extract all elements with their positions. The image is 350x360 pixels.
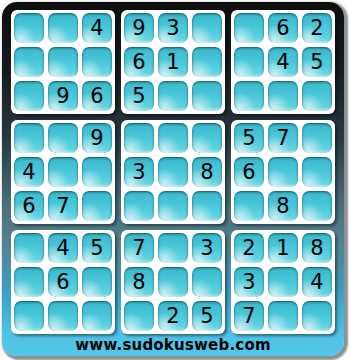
given-digit: 8 <box>310 233 323 263</box>
cell-r4c6[interactable] <box>192 123 222 153</box>
given-digit: 5 <box>310 47 323 77</box>
cell-r6c2[interactable]: 7 <box>48 191 78 221</box>
box-8: 218347 <box>231 230 335 334</box>
cell-r8c4[interactable]: 8 <box>124 267 154 297</box>
cell-r5c8[interactable] <box>268 157 298 187</box>
cell-r4c9[interactable] <box>302 123 332 153</box>
cell-r2c5[interactable]: 1 <box>158 47 188 77</box>
cell-r2c1[interactable] <box>14 47 44 77</box>
cell-r6c6[interactable] <box>192 191 222 221</box>
cell-r3c6[interactable] <box>192 81 222 111</box>
cell-r3c7[interactable] <box>234 81 264 111</box>
cell-r4c4[interactable] <box>124 123 154 153</box>
given-digit: 4 <box>90 13 103 43</box>
given-digit: 4 <box>56 233 69 263</box>
cell-r5c2[interactable] <box>48 157 78 187</box>
cell-r1c4[interactable]: 9 <box>124 13 154 43</box>
cell-r8c7[interactable]: 3 <box>234 267 264 297</box>
cell-r3c4[interactable]: 5 <box>124 81 154 111</box>
cell-r4c1[interactable] <box>14 123 44 153</box>
given-digit: 6 <box>56 267 69 297</box>
cell-r5c1[interactable]: 4 <box>14 157 44 187</box>
cell-r1c7[interactable] <box>234 13 264 43</box>
given-digit: 4 <box>22 157 35 187</box>
cell-r1c9[interactable]: 2 <box>302 13 332 43</box>
cell-r8c2[interactable]: 6 <box>48 267 78 297</box>
cell-r7c4[interactable]: 7 <box>124 233 154 263</box>
given-digit: 9 <box>132 13 145 43</box>
cell-r6c7[interactable] <box>234 191 264 221</box>
cell-r5c5[interactable] <box>158 157 188 187</box>
cell-r7c7[interactable]: 2 <box>234 233 264 263</box>
cell-r3c8[interactable] <box>268 81 298 111</box>
cell-r1c3[interactable]: 4 <box>82 13 112 43</box>
cell-r6c9[interactable] <box>302 191 332 221</box>
cell-r1c5[interactable]: 3 <box>158 13 188 43</box>
cell-r1c2[interactable] <box>48 13 78 43</box>
sudoku-board: 496936156245946738576845673825218347 <box>11 10 335 334</box>
cell-r4c3[interactable]: 9 <box>82 123 112 153</box>
given-digit: 9 <box>90 123 103 153</box>
cell-r9c3[interactable] <box>82 301 112 331</box>
given-digit: 3 <box>200 233 213 263</box>
cell-r2c3[interactable] <box>82 47 112 77</box>
box-6: 456 <box>11 230 115 334</box>
cell-r2c7[interactable] <box>234 47 264 77</box>
given-digit: 6 <box>22 191 35 221</box>
given-digit: 8 <box>200 157 213 187</box>
given-digit: 2 <box>242 233 255 263</box>
cell-r4c8[interactable]: 7 <box>268 123 298 153</box>
cell-r8c8[interactable] <box>268 267 298 297</box>
given-digit: 5 <box>200 301 213 331</box>
cell-r1c6[interactable] <box>192 13 222 43</box>
given-digit: 7 <box>242 301 255 331</box>
given-digit: 8 <box>132 267 145 297</box>
cell-r2c9[interactable]: 5 <box>302 47 332 77</box>
given-digit: 3 <box>132 157 145 187</box>
cell-r1c8[interactable]: 6 <box>268 13 298 43</box>
box-2: 6245 <box>231 10 335 114</box>
box-7: 73825 <box>121 230 225 334</box>
cell-r2c6[interactable] <box>192 47 222 77</box>
cell-r5c6[interactable]: 8 <box>192 157 222 187</box>
board-wrap: 496936156245946738576845673825218347 <box>2 2 344 334</box>
given-digit: 6 <box>132 47 145 77</box>
given-digit: 5 <box>90 233 103 263</box>
given-digit: 5 <box>242 123 255 153</box>
cell-r7c8[interactable]: 1 <box>268 233 298 263</box>
cell-r5c3[interactable] <box>82 157 112 187</box>
given-digit: 4 <box>276 47 289 77</box>
cell-r2c4[interactable]: 6 <box>124 47 154 77</box>
box-4: 38 <box>121 120 225 224</box>
given-digit: 4 <box>310 267 323 297</box>
given-digit: 7 <box>276 123 289 153</box>
site-footer: www.sudokusweb.com <box>2 334 344 356</box>
given-digit: 5 <box>132 81 145 111</box>
given-digit: 2 <box>166 301 179 331</box>
cell-r8c1[interactable] <box>14 267 44 297</box>
cell-r8c3[interactable] <box>82 267 112 297</box>
cell-r9c4[interactable] <box>124 301 154 331</box>
cell-r7c1[interactable] <box>14 233 44 263</box>
given-digit: 1 <box>166 47 179 77</box>
cell-r7c3[interactable]: 5 <box>82 233 112 263</box>
cell-r6c5[interactable] <box>158 191 188 221</box>
cell-r4c2[interactable] <box>48 123 78 153</box>
cell-r5c9[interactable] <box>302 157 332 187</box>
given-digit: 3 <box>166 13 179 43</box>
box-5: 5768 <box>231 120 335 224</box>
cell-r3c5[interactable] <box>158 81 188 111</box>
given-digit: 3 <box>242 267 255 297</box>
cell-r6c1[interactable]: 6 <box>14 191 44 221</box>
given-digit: 9 <box>56 81 69 111</box>
cell-r7c5[interactable] <box>158 233 188 263</box>
cell-r6c3[interactable] <box>82 191 112 221</box>
cell-r7c6[interactable]: 3 <box>192 233 222 263</box>
box-0: 496 <box>11 10 115 114</box>
cell-r9c9[interactable] <box>302 301 332 331</box>
cell-r6c4[interactable] <box>124 191 154 221</box>
given-digit: 7 <box>56 191 69 221</box>
cell-r9c1[interactable] <box>14 301 44 331</box>
cell-r3c2[interactable]: 9 <box>48 81 78 111</box>
cell-r8c9[interactable]: 4 <box>302 267 332 297</box>
given-digit: 6 <box>242 157 255 187</box>
box-1: 93615 <box>121 10 225 114</box>
cell-r6c8[interactable]: 8 <box>268 191 298 221</box>
cell-r2c2[interactable] <box>48 47 78 77</box>
given-digit: 6 <box>276 13 289 43</box>
cell-r1c1[interactable] <box>14 13 44 43</box>
cell-r7c9[interactable]: 8 <box>302 233 332 263</box>
given-digit: 2 <box>310 13 323 43</box>
cell-r4c5[interactable] <box>158 123 188 153</box>
cell-r5c7[interactable]: 6 <box>234 157 264 187</box>
cell-r8c5[interactable] <box>158 267 188 297</box>
cell-r5c4[interactable]: 3 <box>124 157 154 187</box>
cell-r9c5[interactable]: 2 <box>158 301 188 331</box>
given-digit: 6 <box>90 81 103 111</box>
cell-r3c9[interactable] <box>302 81 332 111</box>
given-digit: 7 <box>132 233 145 263</box>
cell-r9c6[interactable]: 5 <box>192 301 222 331</box>
given-digit: 8 <box>276 191 289 221</box>
cell-r4c7[interactable]: 5 <box>234 123 264 153</box>
cell-r9c2[interactable] <box>48 301 78 331</box>
cell-r2c8[interactable]: 4 <box>268 47 298 77</box>
box-3: 9467 <box>11 120 115 224</box>
cell-r3c3[interactable]: 6 <box>82 81 112 111</box>
cell-r9c8[interactable] <box>268 301 298 331</box>
cell-r9c7[interactable]: 7 <box>234 301 264 331</box>
cell-r3c1[interactable] <box>14 81 44 111</box>
puzzle-frame: 496936156245946738576845673825218347 www… <box>2 2 344 356</box>
cell-r7c2[interactable]: 4 <box>48 233 78 263</box>
given-digit: 1 <box>276 233 289 263</box>
cell-r8c6[interactable] <box>192 267 222 297</box>
site-url[interactable]: www.sudokusweb.com <box>75 336 270 354</box>
